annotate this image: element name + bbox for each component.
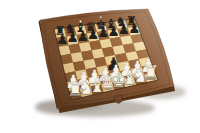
piece-black-pawn-h7: ♟ <box>128 20 140 36</box>
piece-white-rook-h1: ♜ <box>142 61 159 84</box>
piece-glint <box>100 16 101 18</box>
chess-set-photo: ♜♞♝♛♚♝♞♜♟♟♟♟♟♟♟♟♟♟♟♟♟♟♟♟♟♜♞♝♛♚♝♞♜ <box>0 0 200 133</box>
chess-board-photo: ♜♞♝♛♚♝♞♜♟♟♟♟♟♟♟♟♟♟♟♟♟♟♟♟♟♜♞♝♛♚♝♞♜ <box>0 0 200 133</box>
piece-glint <box>80 20 82 23</box>
